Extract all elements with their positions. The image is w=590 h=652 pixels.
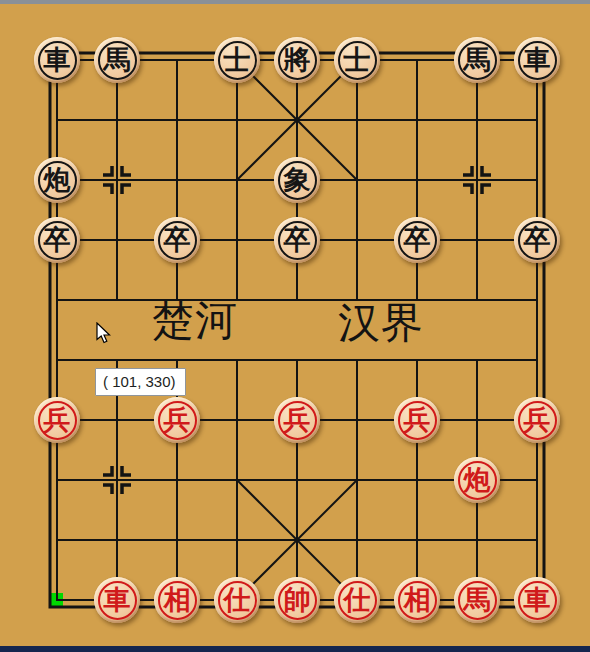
- piece-red-soldier[interactable]: 兵: [274, 397, 320, 443]
- piece-character: 仕: [224, 586, 251, 613]
- piece-black-elephant[interactable]: 象: [274, 157, 320, 203]
- window-top-strip: [0, 0, 590, 4]
- piece-character: 馬: [104, 46, 131, 73]
- piece-red-advisor[interactable]: 仕: [214, 577, 260, 623]
- piece-character: 士: [224, 46, 251, 73]
- piece-character: 仕: [344, 586, 371, 613]
- piece-red-chariot[interactable]: 車: [94, 577, 140, 623]
- piece-black-general[interactable]: 將: [274, 37, 320, 83]
- piece-red-cannon[interactable]: 炮: [454, 457, 500, 503]
- piece-character: 卒: [284, 226, 311, 253]
- piece-red-general[interactable]: 帥: [274, 577, 320, 623]
- piece-character: 炮: [464, 466, 491, 493]
- piece-character: 將: [284, 46, 311, 73]
- piece-character: 馬: [464, 46, 491, 73]
- piece-character: 卒: [404, 226, 431, 253]
- piece-character: 相: [404, 586, 431, 613]
- piece-red-soldier[interactable]: 兵: [34, 397, 80, 443]
- piece-character: 卒: [44, 226, 71, 253]
- piece-black-horse[interactable]: 馬: [454, 37, 500, 83]
- piece-black-soldier[interactable]: 卒: [34, 217, 80, 263]
- piece-black-soldier[interactable]: 卒: [514, 217, 560, 263]
- coordinate-tooltip: ( 101, 330): [95, 368, 186, 396]
- piece-black-soldier[interactable]: 卒: [394, 217, 440, 263]
- piece-character: 相: [164, 586, 191, 613]
- piece-red-horse[interactable]: 馬: [454, 577, 500, 623]
- piece-black-advisor[interactable]: 士: [214, 37, 260, 83]
- piece-character: 車: [44, 46, 71, 73]
- piece-character: 車: [524, 46, 551, 73]
- piece-character: 車: [524, 586, 551, 613]
- piece-character: 兵: [164, 406, 191, 433]
- piece-character: 帥: [284, 586, 311, 613]
- piece-black-cannon[interactable]: 炮: [34, 157, 80, 203]
- piece-character: 馬: [464, 586, 491, 613]
- mouse-cursor-icon: [96, 322, 112, 346]
- piece-character: 兵: [524, 406, 551, 433]
- piece-red-soldier[interactable]: 兵: [154, 397, 200, 443]
- piece-character: 兵: [44, 406, 71, 433]
- piece-character: 士: [344, 46, 371, 73]
- piece-black-soldier[interactable]: 卒: [274, 217, 320, 263]
- piece-red-elephant[interactable]: 相: [394, 577, 440, 623]
- piece-red-soldier[interactable]: 兵: [394, 397, 440, 443]
- piece-red-advisor[interactable]: 仕: [334, 577, 380, 623]
- piece-black-horse[interactable]: 馬: [94, 37, 140, 83]
- piece-character: 兵: [284, 406, 311, 433]
- piece-red-soldier[interactable]: 兵: [514, 397, 560, 443]
- piece-black-chariot[interactable]: 車: [34, 37, 80, 83]
- piece-black-chariot[interactable]: 車: [514, 37, 560, 83]
- piece-red-chariot[interactable]: 車: [514, 577, 560, 623]
- piece-character: 車: [104, 586, 131, 613]
- piece-character: 卒: [524, 226, 551, 253]
- piece-red-elephant[interactable]: 相: [154, 577, 200, 623]
- xiangqi-board-screen: 楚河 汉界 車馬士將士馬車炮象卒卒卒卒卒兵兵兵兵兵炮車相仕帥仕相馬車 ( 101…: [0, 0, 590, 652]
- piece-character: 象: [284, 166, 311, 193]
- window-bottom-strip: [0, 646, 590, 652]
- piece-black-advisor[interactable]: 士: [334, 37, 380, 83]
- piece-character: 兵: [404, 406, 431, 433]
- piece-character: 卒: [164, 226, 191, 253]
- piece-black-soldier[interactable]: 卒: [154, 217, 200, 263]
- piece-character: 炮: [44, 166, 71, 193]
